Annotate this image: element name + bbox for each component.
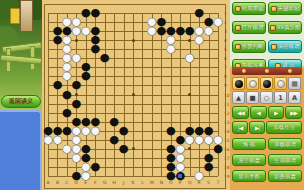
column-label: N — [160, 180, 163, 185]
white-stone[interactable]: ● — [185, 53, 195, 63]
button-label: 关键鼓励 — [278, 5, 300, 12]
row-label: 7 — [224, 65, 227, 70]
black-stone[interactable]: ● — [100, 53, 110, 63]
row-label: 4 — [224, 38, 227, 43]
row-label: 13 — [224, 119, 230, 124]
column-label: F — [94, 180, 97, 185]
hoshi-point — [132, 39, 135, 42]
nav-button[interactable]: ◀◀ — [232, 106, 249, 119]
button-icon — [235, 6, 241, 12]
black-stone[interactable]: ● — [90, 8, 100, 18]
mark-tool-○[interactable]: ○ — [260, 91, 273, 104]
mark-tool-■[interactable]: ■ — [246, 91, 259, 104]
pagoda-tower — [20, 0, 33, 32]
nav-edge-button[interactable]: ▶| — [249, 121, 265, 134]
column-label: K — [132, 180, 135, 185]
button-label: 对局求助 — [242, 5, 264, 12]
tool-panel-titlebar — [232, 67, 302, 75]
hoshi-point — [132, 147, 135, 150]
black-stone[interactable]: ● — [71, 99, 81, 109]
action-button[interactable]: 清空棋盘 — [232, 154, 266, 166]
hoshi-point — [75, 39, 78, 42]
row-label: 6 — [224, 56, 227, 61]
white-stone[interactable]: ● — [90, 126, 100, 136]
button-label: 形势判断 — [242, 43, 264, 50]
column-label: D — [75, 180, 78, 185]
mark-tool-▲[interactable]: ▲ — [232, 91, 245, 104]
action-button[interactable]: 切换棋盘 — [268, 170, 302, 182]
control-panel: 对局求助关键鼓励打开棋谱99俱乐部形势判断保存棋谱围棋故事退 出 ▦ ▲■○1A… — [230, 0, 304, 190]
column-label: R — [198, 180, 201, 185]
button-icon — [271, 6, 277, 12]
white-stone-tool[interactable] — [274, 77, 287, 90]
row-label: 12 — [224, 110, 230, 115]
black-stone-tool[interactable] — [232, 77, 245, 90]
row-label: 16 — [224, 146, 230, 151]
load-homework-button[interactable]: 加载作业 — [266, 121, 302, 134]
black-stone-icon — [235, 80, 243, 88]
white-stone[interactable]: ● — [213, 17, 223, 27]
row-label: 17 — [224, 155, 230, 160]
black-stone[interactable]: ● — [213, 144, 223, 154]
grid-line — [152, 13, 153, 176]
menu-button[interactable]: 打开棋谱 — [232, 21, 266, 34]
black-stone[interactable]: ● — [204, 162, 214, 172]
erase-tool-icon[interactable]: ▦ — [288, 77, 301, 90]
row-label: 5 — [224, 47, 227, 52]
grid-line — [48, 167, 218, 168]
menu-button[interactable]: 99俱乐部 — [268, 21, 302, 34]
mark-tool-A[interactable]: A — [288, 91, 301, 104]
navigation-edge-row: |◀▶|加载作业 — [232, 121, 302, 134]
action-button[interactable]: 生成棋谱 — [268, 154, 302, 166]
menu-button[interactable]: 形势判断 — [232, 40, 266, 53]
button-label: 打开棋谱 — [242, 24, 264, 31]
hoshi-point — [132, 93, 135, 96]
hoshi-point — [188, 93, 191, 96]
chat-panel[interactable] — [0, 110, 42, 190]
black-stone-icon — [263, 80, 271, 88]
stone-tool-row: ▦ — [232, 77, 302, 90]
black-stone[interactable]: ● — [119, 144, 129, 154]
grid-line — [48, 113, 218, 114]
black-stone[interactable]: ● — [81, 71, 91, 81]
row-label: 11 — [224, 101, 230, 106]
nav-button[interactable]: ▶ — [268, 106, 285, 119]
banner-flag — [10, 8, 20, 24]
column-label: M — [150, 180, 154, 185]
column-label: Q — [188, 180, 192, 185]
row-label: 2 — [224, 20, 227, 25]
gold-knob-icon — [242, 69, 246, 73]
black-stone[interactable]: ● — [90, 162, 100, 172]
white-stone[interactable]: ● — [166, 44, 176, 54]
hoshi-point — [75, 93, 78, 96]
button-icon — [271, 44, 277, 50]
board-grid[interactable]: ●●●●●●●●●●●●●●●●●●●●●●●●●●●●●●●●●●●●●●●●… — [48, 13, 218, 176]
gold-knob-icon — [265, 69, 269, 73]
nav-edge-button[interactable]: |◀ — [232, 121, 248, 134]
column-label: T — [217, 180, 220, 185]
column-label: C — [65, 180, 68, 185]
row-label: 9 — [224, 83, 227, 88]
nav-button[interactable]: ▶▶ — [285, 106, 302, 119]
action-button[interactable]: 显示手数 — [232, 170, 266, 182]
mark-tool-row: ▲■○1A — [232, 91, 302, 104]
last-move-marker — [178, 174, 182, 178]
navigation-row: ◀◀◀▶▶▶ — [232, 106, 302, 119]
black-stone-tool[interactable] — [260, 77, 273, 90]
column-label: L — [141, 180, 144, 185]
column-label: P — [179, 180, 182, 185]
button-icon — [235, 25, 241, 31]
mark-tool-1[interactable]: 1 — [274, 91, 287, 104]
grid-line — [142, 13, 143, 176]
go-teaching-app: 返回讲义 ●●●●●●●●●●●●●●●●●●●●●●●●●●●●●●●●●●●… — [0, 0, 304, 190]
hoshi-point — [188, 147, 191, 150]
row-label: 10 — [224, 92, 230, 97]
column-label: G — [103, 180, 107, 185]
column-label: E — [84, 180, 87, 185]
white-stone-icon — [249, 80, 257, 88]
hoshi-point — [188, 39, 191, 42]
action-buttons: 悔 棋加载棋谱清空棋盘生成棋谱显示手数切换棋盘 — [230, 138, 304, 186]
row-label: 18 — [224, 164, 230, 169]
column-label: J — [123, 180, 124, 185]
column-label: B — [56, 180, 59, 185]
return-to-lecture-button[interactable]: 返回讲义 — [1, 95, 41, 108]
action-button[interactable]: 加载棋谱 — [268, 138, 302, 150]
white-stone-icon — [277, 80, 285, 88]
button-label: 99俱乐部 — [277, 24, 301, 31]
row-label: 19 — [224, 174, 230, 179]
black-stone[interactable]: ● — [119, 126, 129, 136]
row-label: 15 — [224, 137, 230, 142]
row-label: 3 — [224, 29, 227, 34]
white-stone[interactable]: ● — [194, 35, 204, 45]
row-label: 1 — [224, 11, 227, 16]
button-label: 保存棋谱 — [278, 43, 300, 50]
grid-line — [161, 13, 162, 176]
white-stone-tool[interactable] — [246, 77, 259, 90]
column-label: A — [46, 180, 49, 185]
gold-knob-icon — [288, 69, 292, 73]
column-label: S — [207, 180, 210, 185]
column-label: O — [169, 180, 173, 185]
button-icon — [235, 44, 241, 50]
menu-button[interactable]: 关键鼓励 — [268, 2, 302, 15]
go-board: ●●●●●●●●●●●●●●●●●●●●●●●●●●●●●●●●●●●●●●●●… — [42, 0, 230, 190]
column-label: H — [112, 180, 115, 185]
row-label: 8 — [224, 74, 227, 79]
black-stone[interactable]: ● — [71, 80, 81, 90]
row-label: 14 — [224, 128, 230, 133]
white-stone[interactable]: ● — [204, 26, 214, 36]
nav-button[interactable]: ◀ — [250, 106, 267, 119]
action-button[interactable]: 悔 棋 — [232, 138, 266, 150]
menu-button[interactable]: 对局求助 — [232, 2, 266, 15]
button-icon — [270, 25, 276, 31]
left-scene: 返回讲义 — [0, 0, 42, 190]
menu-button[interactable]: 保存棋谱 — [268, 40, 302, 53]
